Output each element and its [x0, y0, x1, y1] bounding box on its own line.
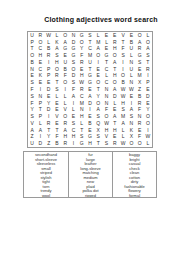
- grid-cell[interactable]: A: [111, 86, 119, 93]
- grid-cell[interactable]: I: [36, 86, 44, 93]
- grid-cell[interactable]: B: [86, 120, 94, 127]
- grid-cell[interactable]: H: [86, 140, 94, 147]
- grid-cell[interactable]: H: [78, 113, 86, 120]
- grid-cell[interactable]: R: [61, 140, 69, 147]
- grid-cell[interactable]: W: [119, 93, 127, 100]
- grid-cell[interactable]: G: [78, 140, 86, 147]
- grid-cell[interactable]: V: [53, 113, 61, 120]
- grid-cell[interactable]: D: [36, 140, 44, 147]
- grid-cell[interactable]: I: [45, 113, 53, 120]
- grid-cell[interactable]: B: [53, 140, 61, 147]
- grid-cell[interactable]: O: [127, 140, 135, 147]
- grid-cell[interactable]: T: [94, 140, 102, 147]
- page-title: Clothing adjectives word search: [22, 16, 180, 23]
- grid-cell[interactable]: F: [69, 86, 77, 93]
- grid-cell[interactable]: R: [78, 59, 86, 66]
- grid-cell[interactable]: L: [94, 32, 102, 39]
- grid-cell[interactable]: R: [78, 86, 86, 93]
- grid-cell[interactable]: R: [61, 120, 69, 127]
- grid-cell[interactable]: V: [119, 32, 127, 39]
- word-column-1: secondhandshort-sleevesleevelesssmallstr…: [24, 152, 68, 197]
- word-item: ripped: [85, 194, 96, 198]
- grid-cell[interactable]: E: [111, 32, 119, 39]
- grid-cell[interactable]: A: [111, 113, 119, 120]
- grid-cell[interactable]: I: [45, 59, 53, 66]
- grid-cell[interactable]: S: [28, 93, 36, 100]
- grid-cell[interactable]: N: [102, 86, 110, 93]
- grid-cell[interactable]: L: [36, 120, 44, 127]
- grid-cell[interactable]: A: [119, 120, 127, 127]
- grid-cell[interactable]: N: [102, 93, 110, 100]
- grid-cell[interactable]: C: [78, 93, 86, 100]
- grid-cell[interactable]: R: [36, 32, 44, 39]
- grid-cell[interactable]: L: [53, 93, 61, 100]
- grid-cell[interactable]: F: [28, 86, 36, 93]
- grid-cell[interactable]: O: [144, 113, 152, 120]
- grid-cell[interactable]: U: [28, 140, 36, 147]
- grid-cell[interactable]: L: [61, 93, 69, 100]
- grid-cell[interactable]: W: [127, 86, 135, 93]
- grid-cell[interactable]: N: [135, 113, 143, 120]
- grid-cell[interactable]: I: [69, 140, 77, 147]
- grid-cell[interactable]: H: [53, 59, 61, 66]
- grid-cell[interactable]: N: [69, 32, 77, 39]
- worksheet-page: Clothing adjectives word search URWLONGS…: [0, 0, 180, 256]
- grid-cell[interactable]: P: [36, 113, 44, 120]
- grid-cell[interactable]: O: [61, 113, 69, 120]
- grid-cell[interactable]: I: [61, 86, 69, 93]
- word-item: formal: [129, 194, 140, 198]
- grid-cell[interactable]: T: [94, 86, 102, 93]
- grid-cell[interactable]: E: [45, 93, 53, 100]
- grid-cell[interactable]: L: [78, 120, 86, 127]
- grid-cell[interactable]: R: [111, 140, 119, 147]
- grid-cell[interactable]: E: [102, 32, 110, 39]
- word-column-3: baggybrightcasualcheckcleancottondirtyfa…: [112, 152, 156, 197]
- grid-cell[interactable]: Q: [94, 120, 102, 127]
- grid-cell[interactable]: W: [45, 32, 53, 39]
- grid-cell[interactable]: S: [53, 86, 61, 93]
- grid-cell[interactable]: U: [86, 59, 94, 66]
- grid-cell[interactable]: E: [144, 86, 152, 93]
- grid-cell[interactable]: D: [111, 93, 119, 100]
- word-column-2: furlargeleatherlong-sleevematchingmedium…: [68, 152, 112, 197]
- grid-cell[interactable]: W: [119, 140, 127, 147]
- grid-cell[interactable]: D: [45, 86, 53, 93]
- grid-cell[interactable]: S: [135, 59, 143, 66]
- grid-cell[interactable]: Z: [45, 140, 53, 147]
- grid-cell[interactable]: E: [53, 120, 61, 127]
- grid-cell[interactable]: B: [28, 59, 36, 66]
- grid-cell[interactable]: N: [127, 120, 135, 127]
- grid-cell[interactable]: D: [144, 93, 152, 100]
- grid-cell[interactable]: O: [135, 32, 143, 39]
- grid-cell[interactable]: O: [102, 113, 110, 120]
- grid-cell[interactable]: I: [94, 59, 102, 66]
- grid-cell[interactable]: O: [144, 120, 152, 127]
- grid-cell[interactable]: S: [28, 113, 36, 120]
- grid-cell[interactable]: S: [69, 120, 77, 127]
- word-list-table: secondhandshort-sleevesleevelesssmallstr…: [23, 151, 157, 198]
- grid-cell[interactable]: E: [69, 113, 77, 120]
- grid-cell[interactable]: S: [69, 59, 77, 66]
- grid-cell[interactable]: W: [119, 86, 127, 93]
- grid-cell[interactable]: E: [127, 93, 135, 100]
- grid-cell[interactable]: E: [127, 32, 135, 39]
- grid-cell[interactable]: L: [53, 32, 61, 39]
- grid-cell[interactable]: T: [102, 59, 110, 66]
- grid-cell[interactable]: T: [111, 120, 119, 127]
- grid-cell[interactable]: O: [61, 32, 69, 39]
- grid-cell[interactable]: E: [86, 86, 94, 93]
- grid-cell[interactable]: O: [135, 140, 143, 147]
- grid-cell[interactable]: S: [94, 113, 102, 120]
- grid-cell[interactable]: L: [144, 32, 152, 39]
- grid-cell[interactable]: A: [111, 59, 119, 66]
- grid-cell[interactable]: R: [135, 120, 143, 127]
- grid-cell[interactable]: Z: [135, 86, 143, 93]
- grid-cell[interactable]: V: [28, 120, 36, 127]
- grid-cell[interactable]: M: [119, 113, 127, 120]
- grid-cell[interactable]: S: [102, 140, 110, 147]
- grid-cell[interactable]: N: [36, 93, 44, 100]
- grid-cell[interactable]: A: [86, 93, 94, 100]
- grid-cell[interactable]: A: [69, 93, 77, 100]
- grid-cell[interactable]: U: [61, 59, 69, 66]
- word-search-grid: URWLONGSLEEVEOLPOLKADOTMLRTBAOTCBAGGYCAE…: [27, 31, 153, 148]
- word-item: wool: [42, 194, 50, 198]
- grid-cell[interactable]: L: [144, 140, 152, 147]
- grid-cell[interactable]: I: [119, 59, 127, 66]
- grid-cell[interactable]: G: [78, 32, 86, 39]
- grid-cell[interactable]: T: [144, 59, 152, 66]
- grid-cell[interactable]: B: [135, 93, 143, 100]
- grid-cell[interactable]: E: [86, 113, 94, 120]
- grid-cell[interactable]: U: [28, 32, 36, 39]
- grid-cell[interactable]: W: [102, 120, 110, 127]
- grid-cell[interactable]: S: [127, 113, 135, 120]
- grid-cell[interactable]: S: [86, 32, 94, 39]
- grid-cell[interactable]: R: [45, 120, 53, 127]
- grid-cell[interactable]: Y: [94, 93, 102, 100]
- grid-cell[interactable]: N: [127, 59, 135, 66]
- grid-cell[interactable]: E: [36, 59, 44, 66]
